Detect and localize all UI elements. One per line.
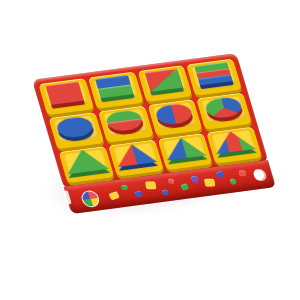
front-print-square-yellow (204, 179, 216, 187)
front-print-square-green (121, 185, 127, 190)
cell-r3c3[interactable] (157, 133, 213, 170)
piece-faces (46, 81, 84, 105)
piece-square-halves-h[interactable] (95, 75, 133, 99)
brand-mark (252, 168, 267, 181)
piece-square-halves-diag[interactable] (145, 68, 183, 92)
piece-square-whole[interactable] (46, 81, 84, 105)
front-print-square-blue (215, 170, 224, 178)
cell-r2c4[interactable] (196, 93, 252, 130)
cell-r2c1[interactable] (48, 112, 104, 149)
cell-r2c2[interactable] (98, 106, 154, 143)
cell-r3c2[interactable] (108, 140, 164, 177)
cell-r3c1[interactable] (59, 146, 115, 183)
cell-r1c3[interactable] (137, 65, 193, 102)
cell-r3c4[interactable] (206, 127, 262, 164)
front-print-square-green (180, 183, 189, 190)
front-print-square-red (239, 170, 247, 176)
front-print-circle-blue (161, 189, 169, 196)
cell-r1c4[interactable] (186, 59, 242, 96)
piece-faces (194, 62, 232, 86)
front-print-circle-green (229, 178, 237, 185)
cell-r2c3[interactable] (147, 99, 203, 136)
front-print-square-yellow (108, 191, 120, 200)
front-print-square-blue (134, 190, 143, 197)
product-photo-scene (0, 0, 300, 300)
cell-r1c1[interactable] (38, 78, 94, 115)
piece-faces (145, 68, 183, 92)
piece-segment-red (46, 81, 84, 105)
front-print-square-red (168, 178, 175, 184)
piece-faces (95, 75, 133, 99)
brand-ball-logo (80, 190, 102, 209)
cell-r1c2[interactable] (88, 72, 144, 109)
shape-sorter-tray (32, 53, 276, 214)
front-print-circle-purple (190, 175, 199, 183)
front-print-square-yellow (145, 181, 156, 189)
piece-square-thirds-h[interactable] (194, 62, 232, 86)
